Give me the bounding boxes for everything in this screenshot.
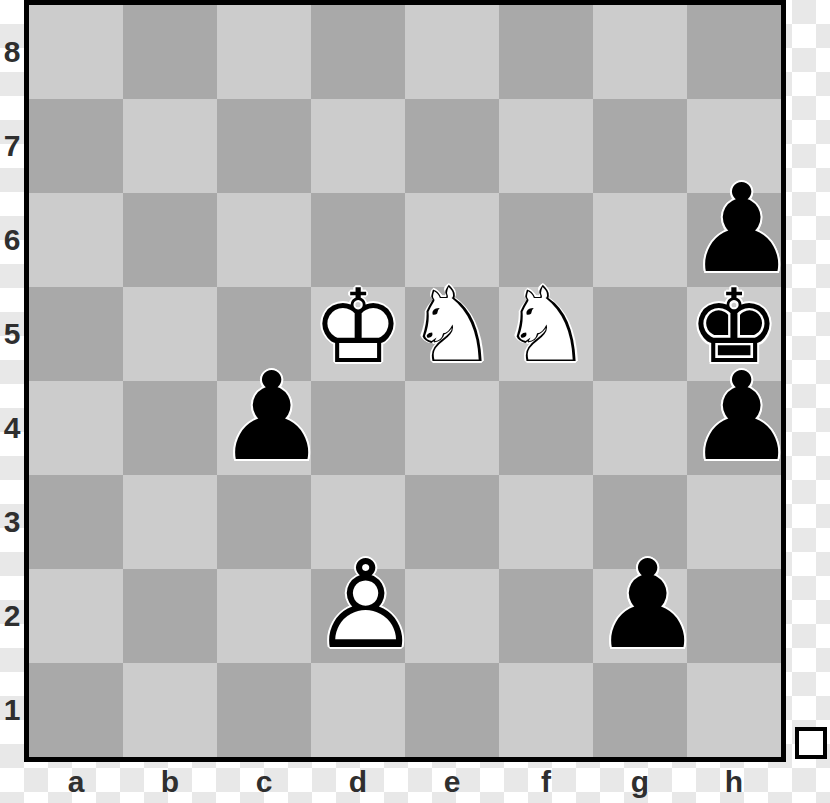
black-pawn-glyph: ♟ [217, 381, 311, 475]
square-e4 [405, 381, 499, 475]
square-g5 [593, 287, 687, 381]
file-label-f: f [499, 762, 593, 802]
file-label-g: g [593, 762, 687, 802]
square-c7 [217, 99, 311, 193]
square-f8 [499, 5, 593, 99]
square-c5 [217, 287, 311, 381]
square-b7 [123, 99, 217, 193]
square-h8 [687, 5, 781, 99]
black-pawn-glyph: ♟ [593, 569, 687, 663]
rank-label-1: 1 [0, 663, 24, 757]
square-b1 [123, 663, 217, 757]
square-e2 [405, 569, 499, 663]
rank-label-4: 4 [0, 381, 24, 475]
white-king-glyph: ♔ [311, 287, 405, 381]
square-g6 [593, 193, 687, 287]
square-a2 [29, 569, 123, 663]
square-d4 [311, 381, 405, 475]
square-b2 [123, 569, 217, 663]
square-d6 [311, 193, 405, 287]
black-pawn-glyph: ♟ [687, 193, 781, 287]
square-c4: ♟ [217, 381, 311, 475]
square-h3 [687, 475, 781, 569]
square-g3 [593, 475, 687, 569]
rank-label-7: 7 [0, 99, 24, 193]
square-d5: ♚♔ [311, 287, 405, 381]
square-a3 [29, 475, 123, 569]
black-king: ♚ [687, 287, 781, 381]
white-knight-glyph: ♘ [499, 287, 593, 381]
square-c6 [217, 193, 311, 287]
square-a4 [29, 381, 123, 475]
rank-label-3: 3 [0, 475, 24, 569]
black-pawn: ♟ [687, 193, 781, 287]
square-h4: ♟ [687, 381, 781, 475]
file-label-d: d [311, 762, 405, 802]
square-c3 [217, 475, 311, 569]
white-knight: ♞♘ [405, 287, 499, 381]
chess-diagram: ♟♚♔♞♘♞♘♚♟♟♟♙♟ 87654321 abcdefgh [0, 0, 830, 803]
square-f1 [499, 663, 593, 757]
black-pawn: ♟ [593, 569, 687, 663]
square-f4 [499, 381, 593, 475]
square-g4 [593, 381, 687, 475]
square-h2 [687, 569, 781, 663]
square-e7 [405, 99, 499, 193]
square-c1 [217, 663, 311, 757]
square-d7 [311, 99, 405, 193]
square-g7 [593, 99, 687, 193]
square-d1 [311, 663, 405, 757]
square-g1 [593, 663, 687, 757]
square-e5: ♞♘ [405, 287, 499, 381]
square-a5 [29, 287, 123, 381]
black-pawn: ♟ [217, 381, 311, 475]
square-e3 [405, 475, 499, 569]
rank-label-5: 5 [0, 287, 24, 381]
rank-label-8: 8 [0, 5, 24, 99]
black-pawn: ♟ [687, 381, 781, 475]
square-e1 [405, 663, 499, 757]
square-a6 [29, 193, 123, 287]
white-knight: ♞♘ [499, 287, 593, 381]
square-h6: ♟ [687, 193, 781, 287]
square-g2: ♟ [593, 569, 687, 663]
file-label-h: h [687, 762, 781, 802]
white-pawn-glyph: ♙ [311, 569, 405, 663]
square-d2: ♟♙ [311, 569, 405, 663]
rank-label-6: 6 [0, 193, 24, 287]
file-label-c: c [217, 762, 311, 802]
square-b4 [123, 381, 217, 475]
square-b3 [123, 475, 217, 569]
black-king-glyph: ♚ [687, 287, 781, 381]
square-d3 [311, 475, 405, 569]
square-e6 [405, 193, 499, 287]
white-knight-glyph: ♘ [405, 287, 499, 381]
white-king: ♚♔ [311, 287, 405, 381]
white-to-move-indicator [795, 727, 827, 759]
square-d8 [311, 5, 405, 99]
square-f6 [499, 193, 593, 287]
square-b8 [123, 5, 217, 99]
white-pawn: ♟♙ [311, 569, 405, 663]
square-c8 [217, 5, 311, 99]
file-label-e: e [405, 762, 499, 802]
square-a8 [29, 5, 123, 99]
square-a7 [29, 99, 123, 193]
square-f3 [499, 475, 593, 569]
square-h7 [687, 99, 781, 193]
square-c2 [217, 569, 311, 663]
square-a1 [29, 663, 123, 757]
chess-board: ♟♚♔♞♘♞♘♚♟♟♟♙♟ [24, 0, 786, 762]
square-f7 [499, 99, 593, 193]
square-b5 [123, 287, 217, 381]
black-pawn-glyph: ♟ [687, 381, 781, 475]
square-f5: ♞♘ [499, 287, 593, 381]
rank-label-2: 2 [0, 569, 24, 663]
square-e8 [405, 5, 499, 99]
square-h1 [687, 663, 781, 757]
file-label-a: a [29, 762, 123, 802]
square-f2 [499, 569, 593, 663]
square-b6 [123, 193, 217, 287]
file-label-b: b [123, 762, 217, 802]
square-g8 [593, 5, 687, 99]
square-h5: ♚ [687, 287, 781, 381]
